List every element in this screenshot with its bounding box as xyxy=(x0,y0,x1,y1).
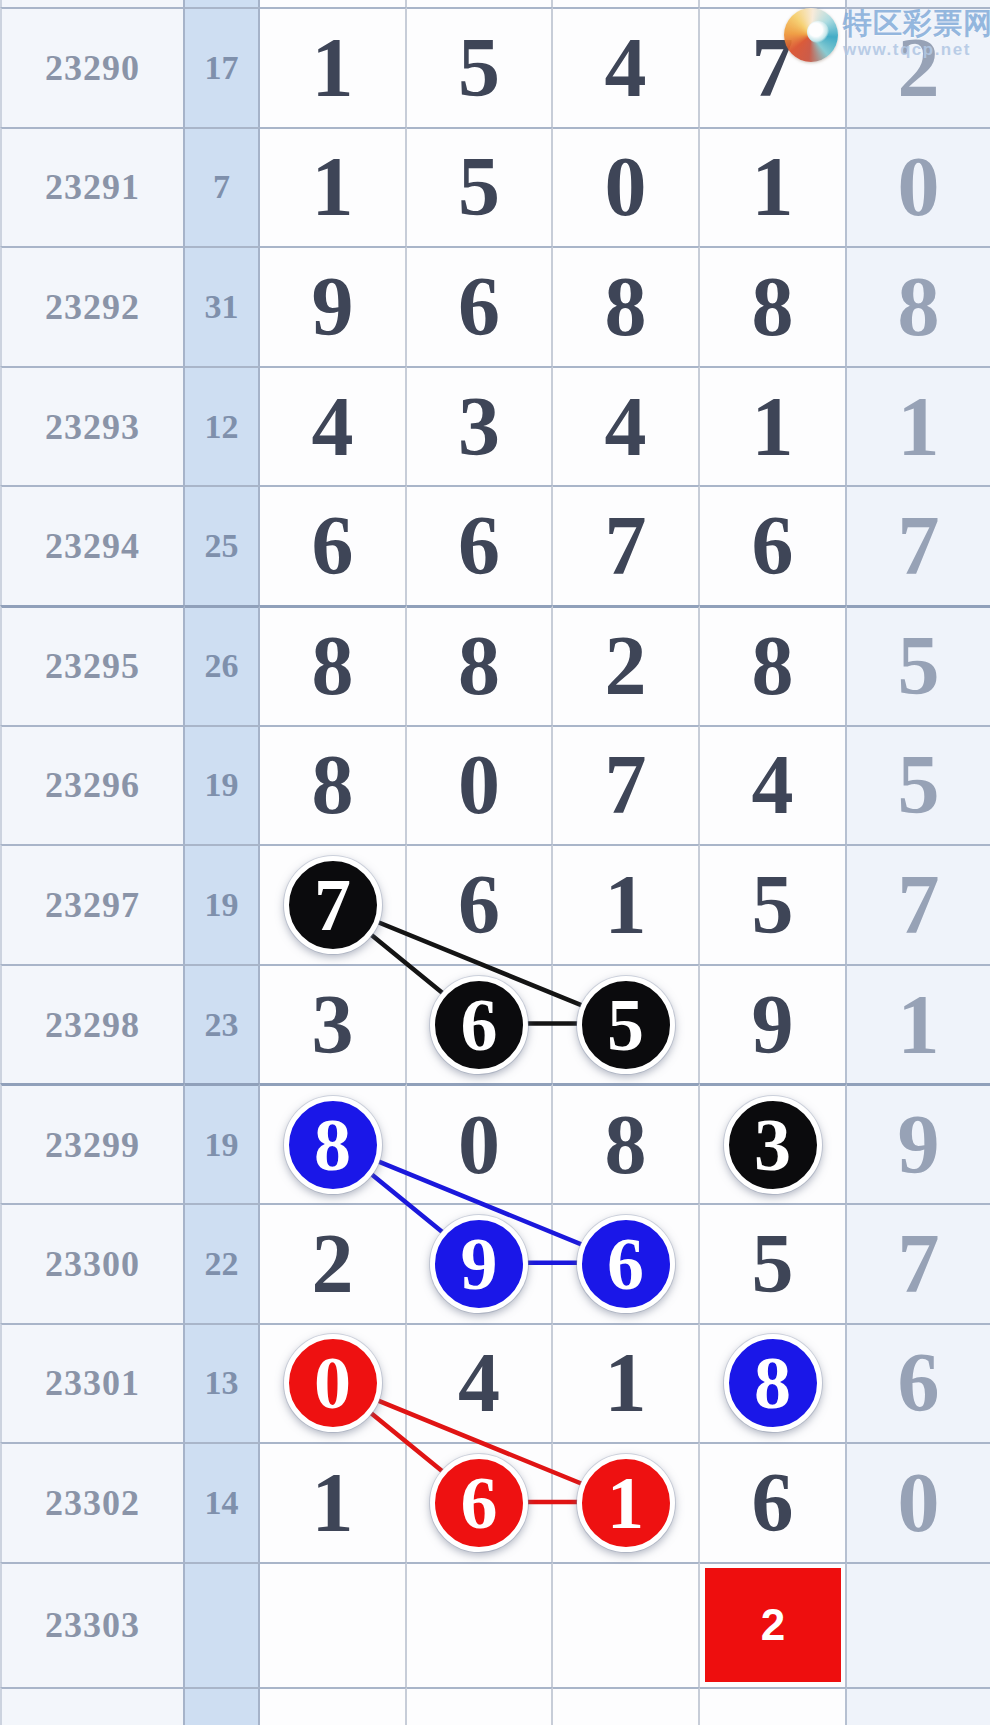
tail-digit: 0 xyxy=(898,1461,940,1545)
drawn-digit: 2 xyxy=(312,1222,354,1306)
marked-digit-black-circle: 6 xyxy=(430,976,528,1074)
digit-cell: 1 xyxy=(700,127,847,247)
period-cell: 23295 xyxy=(0,605,185,725)
sum-cell: 19 xyxy=(185,844,260,964)
digit-cell: 4 xyxy=(260,366,407,486)
period-cell: 23292 xyxy=(0,246,185,366)
tail-digit: 5 xyxy=(898,743,940,827)
digit-cell xyxy=(260,1687,407,1725)
digit-cell: 1 xyxy=(260,1442,407,1562)
tail-cell: 7 xyxy=(847,844,990,964)
tail-cell: 0 xyxy=(847,127,990,247)
tail-cell xyxy=(847,1687,990,1725)
period-label: 23292 xyxy=(45,286,140,328)
sum-cell: 25 xyxy=(185,485,260,605)
digit-cell: 8 xyxy=(260,725,407,845)
tail-digit: 2 xyxy=(898,26,940,110)
digit-cell: 6 xyxy=(407,1442,553,1562)
tail-digit: 0 xyxy=(898,145,940,229)
drawn-digit: 0 xyxy=(458,1103,500,1187)
marked-digit-red-circle: 6 xyxy=(430,1454,528,1552)
drawn-digit: 0 xyxy=(458,743,500,827)
drawn-digit: 7 xyxy=(605,743,647,827)
digit-cell xyxy=(553,1687,700,1725)
drawn-digit: 6 xyxy=(752,1461,794,1545)
digit-cell: 8 xyxy=(553,1083,700,1203)
next-draw-red-square: 2 xyxy=(705,1568,841,1682)
sum-cell xyxy=(185,0,260,7)
tail-cell: 0 xyxy=(847,1442,990,1562)
digit-cell: 5 xyxy=(407,7,553,127)
drawn-digit: 0 xyxy=(605,145,647,229)
digit-cell: 8 xyxy=(700,605,847,725)
marked-digit-blue-circle: 8 xyxy=(284,1096,382,1194)
digit-cell xyxy=(407,1562,553,1687)
period-label: 23303 xyxy=(45,1604,140,1646)
period-label: 23293 xyxy=(45,406,140,448)
period-cell xyxy=(0,1687,185,1725)
period-label: 23302 xyxy=(45,1482,140,1524)
drawn-digit: 7 xyxy=(752,26,794,110)
digit-cell: 8 xyxy=(700,1323,847,1443)
trend-grid: 2329017154722329171501023292319688823293… xyxy=(0,0,990,1725)
digit-cell: 2 xyxy=(553,605,700,725)
drawn-digit: 6 xyxy=(458,863,500,947)
sum-value: 13 xyxy=(205,1364,239,1402)
tail-cell: 1 xyxy=(847,964,990,1084)
drawn-digit: 7 xyxy=(605,504,647,588)
sum-cell: 23 xyxy=(185,964,260,1084)
digit-cell: 1 xyxy=(260,7,407,127)
marked-digit-blue-circle: 6 xyxy=(577,1215,675,1313)
marked-digit-blue-circle: 8 xyxy=(724,1334,822,1432)
period-cell: 23303 xyxy=(0,1562,185,1687)
digit-cell: 0 xyxy=(407,725,553,845)
digit-cell: 8 xyxy=(407,605,553,725)
digit-cell: 6 xyxy=(407,844,553,964)
sum-cell: 14 xyxy=(185,1442,260,1562)
drawn-digit: 6 xyxy=(458,265,500,349)
period-label: 23296 xyxy=(45,764,140,806)
drawn-digit: 5 xyxy=(752,1222,794,1306)
digit-cell: 5 xyxy=(407,127,553,247)
digit-cell: 0 xyxy=(260,1323,407,1443)
digit-cell: 1 xyxy=(553,844,700,964)
marked-digit-black-circle: 3 xyxy=(724,1096,822,1194)
tail-cell: 2 xyxy=(847,7,990,127)
digit-cell xyxy=(700,1687,847,1725)
period-label: 23298 xyxy=(45,1004,140,1046)
tail-cell: 5 xyxy=(847,605,990,725)
period-cell: 23301 xyxy=(0,1323,185,1443)
digit-cell: 7 xyxy=(260,844,407,964)
sum-value: 19 xyxy=(205,886,239,924)
sum-cell: 31 xyxy=(185,246,260,366)
tail-cell: 1 xyxy=(847,366,990,486)
sum-value: 7 xyxy=(213,168,230,206)
sum-value: 25 xyxy=(205,527,239,565)
digit-cell xyxy=(260,0,407,7)
period-cell: 23290 xyxy=(0,7,185,127)
drawn-digit: 8 xyxy=(752,624,794,708)
sum-cell: 22 xyxy=(185,1203,260,1323)
drawn-digit: 6 xyxy=(458,504,500,588)
drawn-digit: 8 xyxy=(312,624,354,708)
drawn-digit: 5 xyxy=(458,26,500,110)
period-label: 23290 xyxy=(45,47,140,89)
period-label: 23299 xyxy=(45,1124,140,1166)
period-label: 23300 xyxy=(45,1243,140,1285)
digit-cell: 5 xyxy=(700,844,847,964)
digit-cell: 6 xyxy=(700,485,847,605)
drawn-digit: 1 xyxy=(312,1461,354,1545)
drawn-digit: 8 xyxy=(458,624,500,708)
sum-value: 22 xyxy=(205,1245,239,1283)
digit-cell: 4 xyxy=(700,725,847,845)
period-cell xyxy=(0,0,185,7)
digit-cell: 5 xyxy=(700,1203,847,1323)
period-label: 23301 xyxy=(45,1362,140,1404)
digit-cell: 4 xyxy=(553,7,700,127)
digit-cell: 1 xyxy=(553,1442,700,1562)
digit-cell: 2 xyxy=(700,1562,847,1687)
period-cell: 23302 xyxy=(0,1442,185,1562)
digit-cell: 8 xyxy=(553,246,700,366)
digit-cell: 7 xyxy=(553,725,700,845)
drawn-digit: 1 xyxy=(312,145,354,229)
digit-cell xyxy=(407,1687,553,1725)
drawn-digit: 8 xyxy=(605,265,647,349)
drawn-digit: 9 xyxy=(752,983,794,1067)
period-cell: 23299 xyxy=(0,1083,185,1203)
drawn-digit: 4 xyxy=(605,385,647,469)
sum-cell: 19 xyxy=(185,1083,260,1203)
drawn-digit: 1 xyxy=(752,385,794,469)
tail-cell: 6 xyxy=(847,1323,990,1443)
drawn-digit: 5 xyxy=(752,863,794,947)
drawn-digit: 1 xyxy=(752,145,794,229)
drawn-digit: 6 xyxy=(752,504,794,588)
sum-cell: 12 xyxy=(185,366,260,486)
drawn-digit: 8 xyxy=(605,1103,647,1187)
tail-digit: 7 xyxy=(898,1222,940,1306)
drawn-digit: 8 xyxy=(752,265,794,349)
sum-value: 19 xyxy=(205,1126,239,1164)
digit-cell: 9 xyxy=(407,1203,553,1323)
digit-cell: 6 xyxy=(553,1203,700,1323)
tail-cell xyxy=(847,1562,990,1687)
drawn-digit: 4 xyxy=(752,743,794,827)
sum-cell xyxy=(185,1562,260,1687)
digit-cell: 4 xyxy=(553,366,700,486)
tail-digit: 1 xyxy=(898,983,940,1067)
digit-cell: 6 xyxy=(407,485,553,605)
drawn-digit: 2 xyxy=(605,624,647,708)
digit-cell: 0 xyxy=(553,127,700,247)
digit-cell: 1 xyxy=(260,127,407,247)
digit-cell: 8 xyxy=(260,605,407,725)
sum-cell: 13 xyxy=(185,1323,260,1443)
period-cell: 23296 xyxy=(0,725,185,845)
drawn-digit: 9 xyxy=(312,265,354,349)
sum-value: 23 xyxy=(205,1006,239,1044)
tail-digit: 1 xyxy=(898,385,940,469)
sum-cell: 7 xyxy=(185,127,260,247)
digit-cell: 0 xyxy=(407,1083,553,1203)
digit-cell: 6 xyxy=(407,246,553,366)
digit-cell: 9 xyxy=(260,246,407,366)
drawn-digit: 3 xyxy=(312,983,354,1067)
drawn-digit: 1 xyxy=(312,26,354,110)
marked-digit-blue-circle: 9 xyxy=(430,1215,528,1313)
digit-cell xyxy=(553,0,700,7)
marked-digit-red-circle: 0 xyxy=(284,1334,382,1432)
period-cell: 23294 xyxy=(0,485,185,605)
tail-cell: 8 xyxy=(847,246,990,366)
period-cell: 23291 xyxy=(0,127,185,247)
period-label: 23291 xyxy=(45,166,140,208)
digit-cell: 8 xyxy=(260,1083,407,1203)
digit-cell: 1 xyxy=(700,366,847,486)
drawn-digit: 8 xyxy=(312,743,354,827)
drawn-digit: 4 xyxy=(605,26,647,110)
digit-cell: 3 xyxy=(407,366,553,486)
period-label: 23297 xyxy=(45,884,140,926)
tail-cell xyxy=(847,0,990,7)
digit-cell: 4 xyxy=(407,1323,553,1443)
digit-cell: 6 xyxy=(407,964,553,1084)
sum-value: 17 xyxy=(205,49,239,87)
digit-cell: 1 xyxy=(553,1323,700,1443)
marked-digit-black-circle: 5 xyxy=(577,976,675,1074)
marked-digit-red-circle: 1 xyxy=(577,1454,675,1552)
period-cell: 23297 xyxy=(0,844,185,964)
digit-cell: 3 xyxy=(700,1083,847,1203)
tail-cell: 7 xyxy=(847,485,990,605)
tail-digit: 7 xyxy=(898,863,940,947)
tail-digit: 5 xyxy=(898,624,940,708)
sum-value: 12 xyxy=(205,408,239,446)
digit-cell: 3 xyxy=(260,964,407,1084)
sum-cell: 17 xyxy=(185,7,260,127)
tail-cell: 5 xyxy=(847,725,990,845)
digit-cell: 2 xyxy=(260,1203,407,1323)
digit-cell: 8 xyxy=(700,246,847,366)
digit-cell: 7 xyxy=(553,485,700,605)
digit-cell: 9 xyxy=(700,964,847,1084)
digit-cell xyxy=(553,1562,700,1687)
period-label: 23295 xyxy=(45,645,140,687)
sum-value: 19 xyxy=(205,766,239,804)
drawn-digit: 4 xyxy=(312,385,354,469)
digit-cell: 6 xyxy=(260,485,407,605)
tail-cell: 9 xyxy=(847,1083,990,1203)
drawn-digit: 1 xyxy=(605,1341,647,1425)
tail-cell: 7 xyxy=(847,1203,990,1323)
tail-digit: 6 xyxy=(898,1341,940,1425)
tail-digit: 7 xyxy=(898,504,940,588)
digit-cell xyxy=(260,1562,407,1687)
drawn-digit: 6 xyxy=(312,504,354,588)
sum-cell: 19 xyxy=(185,725,260,845)
sum-value: 31 xyxy=(205,288,239,326)
period-cell: 23298 xyxy=(0,964,185,1084)
marked-digit-black-circle: 7 xyxy=(284,856,382,954)
digit-cell xyxy=(700,0,847,7)
sum-cell: 26 xyxy=(185,605,260,725)
drawn-digit: 1 xyxy=(605,863,647,947)
digit-cell: 5 xyxy=(553,964,700,1084)
sum-value: 26 xyxy=(205,647,239,685)
lottery-trend-board: 2329017154722329171501023292319688823293… xyxy=(0,0,990,1725)
drawn-digit: 3 xyxy=(458,385,500,469)
drawn-digit: 4 xyxy=(458,1341,500,1425)
period-label: 23294 xyxy=(45,525,140,567)
digit-cell xyxy=(407,0,553,7)
digit-cell: 6 xyxy=(700,1442,847,1562)
tail-digit: 9 xyxy=(898,1103,940,1187)
period-cell: 23300 xyxy=(0,1203,185,1323)
drawn-digit: 5 xyxy=(458,145,500,229)
sum-value: 14 xyxy=(205,1484,239,1522)
sum-cell xyxy=(185,1687,260,1725)
digit-cell: 7 xyxy=(700,7,847,127)
period-cell: 23293 xyxy=(0,366,185,486)
tail-digit: 8 xyxy=(898,265,940,349)
